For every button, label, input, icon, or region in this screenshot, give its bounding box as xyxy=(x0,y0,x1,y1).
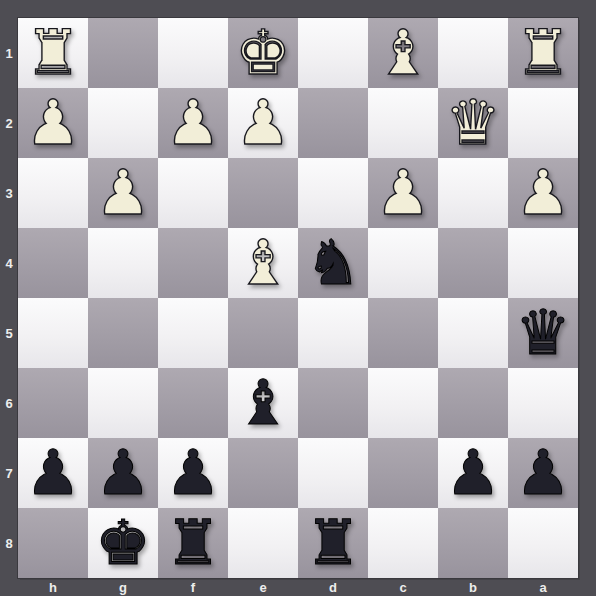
file-label-g: g xyxy=(88,578,158,596)
rank-label-8: 8 xyxy=(0,508,18,578)
square-h3[interactable] xyxy=(18,158,88,228)
square-e8[interactable] xyxy=(228,508,298,578)
white-pawn-icon: ♟ xyxy=(375,162,431,224)
square-d2[interactable] xyxy=(298,88,368,158)
square-d6[interactable] xyxy=(298,368,368,438)
white-pawn-icon: ♟ xyxy=(515,162,571,224)
square-d7[interactable] xyxy=(298,438,368,508)
white-king-icon: ♚ xyxy=(235,22,291,84)
black-knight-icon: ♞ xyxy=(305,232,361,294)
square-b4[interactable] xyxy=(438,228,508,298)
rank-label-1: 1 xyxy=(0,18,18,88)
square-c8[interactable] xyxy=(368,508,438,578)
square-f3[interactable] xyxy=(158,158,228,228)
square-b1[interactable] xyxy=(438,18,508,88)
square-d4[interactable]: ♞ xyxy=(298,228,368,298)
rank-label-5: 5 xyxy=(0,298,18,368)
white-bishop-icon: ♝ xyxy=(235,232,291,294)
square-g4[interactable] xyxy=(88,228,158,298)
square-g3[interactable]: ♟ xyxy=(88,158,158,228)
square-h5[interactable] xyxy=(18,298,88,368)
square-g8[interactable]: ♚ xyxy=(88,508,158,578)
square-e5[interactable] xyxy=(228,298,298,368)
square-f5[interactable] xyxy=(158,298,228,368)
square-f6[interactable] xyxy=(158,368,228,438)
square-f7[interactable]: ♟ xyxy=(158,438,228,508)
black-bishop-icon: ♝ xyxy=(235,372,291,434)
square-h2[interactable]: ♟ xyxy=(18,88,88,158)
white-bishop-icon: ♝ xyxy=(375,22,431,84)
file-label-a: a xyxy=(508,578,578,596)
file-labels: hgfedcba xyxy=(18,578,578,596)
square-f8[interactable]: ♜ xyxy=(158,508,228,578)
square-g1[interactable] xyxy=(88,18,158,88)
chess-board-frame: 12345678 ♜♚♝♜♟♟♟♛♟♟♟♝♞♛♝♟♟♟♟♟♚♜♜ hgfedcb… xyxy=(0,0,596,596)
square-b8[interactable] xyxy=(438,508,508,578)
white-rook-icon: ♜ xyxy=(515,22,571,84)
square-a8[interactable] xyxy=(508,508,578,578)
square-a1[interactable]: ♜ xyxy=(508,18,578,88)
square-a5[interactable]: ♛ xyxy=(508,298,578,368)
file-label-c: c xyxy=(368,578,438,596)
black-rook-icon: ♜ xyxy=(165,512,221,574)
chess-board: ♜♚♝♜♟♟♟♛♟♟♟♝♞♛♝♟♟♟♟♟♚♜♜ xyxy=(18,18,578,578)
square-a3[interactable]: ♟ xyxy=(508,158,578,228)
square-c2[interactable] xyxy=(368,88,438,158)
square-c7[interactable] xyxy=(368,438,438,508)
square-f1[interactable] xyxy=(158,18,228,88)
square-h4[interactable] xyxy=(18,228,88,298)
square-g2[interactable] xyxy=(88,88,158,158)
square-a7[interactable]: ♟ xyxy=(508,438,578,508)
black-king-icon: ♚ xyxy=(95,512,151,574)
square-b2[interactable]: ♛ xyxy=(438,88,508,158)
square-c6[interactable] xyxy=(368,368,438,438)
square-e7[interactable] xyxy=(228,438,298,508)
square-c1[interactable]: ♝ xyxy=(368,18,438,88)
white-rook-icon: ♜ xyxy=(25,22,81,84)
black-pawn-icon: ♟ xyxy=(25,442,81,504)
rank-labels: 12345678 xyxy=(0,18,18,578)
square-b6[interactable] xyxy=(438,368,508,438)
file-label-d: d xyxy=(298,578,368,596)
file-label-f: f xyxy=(158,578,228,596)
square-e1[interactable]: ♚ xyxy=(228,18,298,88)
rank-label-7: 7 xyxy=(0,438,18,508)
square-h7[interactable]: ♟ xyxy=(18,438,88,508)
square-g7[interactable]: ♟ xyxy=(88,438,158,508)
black-queen-icon: ♛ xyxy=(515,302,571,364)
square-e4[interactable]: ♝ xyxy=(228,228,298,298)
rank-label-2: 2 xyxy=(0,88,18,158)
file-label-h: h xyxy=(18,578,88,596)
square-d1[interactable] xyxy=(298,18,368,88)
square-c4[interactable] xyxy=(368,228,438,298)
square-e3[interactable] xyxy=(228,158,298,228)
square-a4[interactable] xyxy=(508,228,578,298)
black-pawn-icon: ♟ xyxy=(515,442,571,504)
square-f2[interactable]: ♟ xyxy=(158,88,228,158)
white-pawn-icon: ♟ xyxy=(25,92,81,154)
square-e6[interactable]: ♝ xyxy=(228,368,298,438)
square-h8[interactable] xyxy=(18,508,88,578)
square-b5[interactable] xyxy=(438,298,508,368)
square-a6[interactable] xyxy=(508,368,578,438)
black-rook-icon: ♜ xyxy=(305,512,361,574)
black-pawn-icon: ♟ xyxy=(95,442,151,504)
square-f4[interactable] xyxy=(158,228,228,298)
square-h1[interactable]: ♜ xyxy=(18,18,88,88)
square-g5[interactable] xyxy=(88,298,158,368)
file-label-e: e xyxy=(228,578,298,596)
white-pawn-icon: ♟ xyxy=(95,162,151,224)
square-e2[interactable]: ♟ xyxy=(228,88,298,158)
square-d8[interactable]: ♜ xyxy=(298,508,368,578)
white-queen-icon: ♛ xyxy=(445,92,501,154)
rank-label-4: 4 xyxy=(0,228,18,298)
rank-label-3: 3 xyxy=(0,158,18,228)
square-g6[interactable] xyxy=(88,368,158,438)
square-h6[interactable] xyxy=(18,368,88,438)
square-a2[interactable] xyxy=(508,88,578,158)
square-c5[interactable] xyxy=(368,298,438,368)
white-pawn-icon: ♟ xyxy=(165,92,221,154)
square-b7[interactable]: ♟ xyxy=(438,438,508,508)
square-d5[interactable] xyxy=(298,298,368,368)
square-b3[interactable] xyxy=(438,158,508,228)
white-pawn-icon: ♟ xyxy=(235,92,291,154)
square-d3[interactable] xyxy=(298,158,368,228)
file-label-b: b xyxy=(438,578,508,596)
square-c3[interactable]: ♟ xyxy=(368,158,438,228)
black-pawn-icon: ♟ xyxy=(165,442,221,504)
rank-label-6: 6 xyxy=(0,368,18,438)
black-pawn-icon: ♟ xyxy=(445,442,501,504)
